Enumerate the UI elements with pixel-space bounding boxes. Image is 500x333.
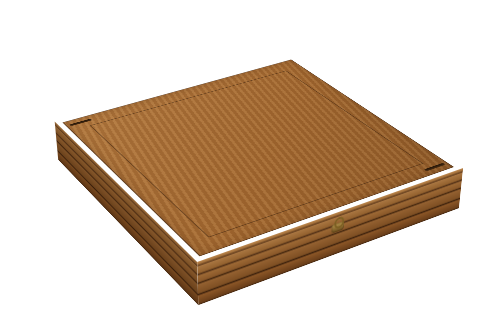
fold-seam-slot [424, 163, 446, 171]
product-photo [0, 0, 500, 333]
clasp-icon [328, 214, 348, 236]
chess-set [62, 59, 454, 256]
scene-3d [0, 0, 500, 333]
fold-seam-slot [69, 119, 92, 126]
